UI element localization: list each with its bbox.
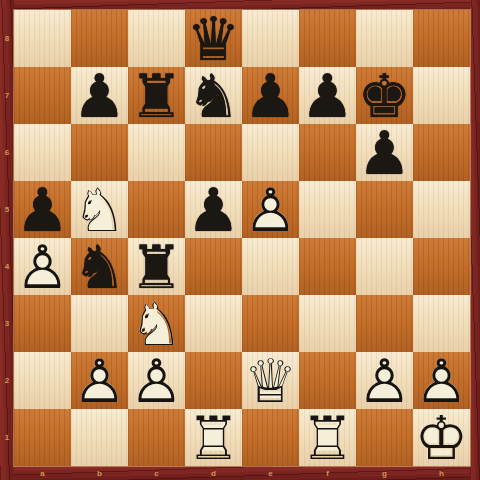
piece-white-knight-b5[interactable]: ♞♘ bbox=[71, 181, 128, 238]
piece-white-rook-f1[interactable]: ♜♖ bbox=[299, 409, 356, 466]
square-a4[interactable]: ♟♙ bbox=[14, 238, 71, 295]
square-f5[interactable] bbox=[299, 181, 356, 238]
square-g1[interactable] bbox=[356, 409, 413, 466]
piece-black-king-g7[interactable]: ♚ bbox=[356, 67, 413, 124]
square-c8[interactable] bbox=[128, 10, 185, 67]
square-h5[interactable] bbox=[413, 181, 470, 238]
piece-white-pawn-h2[interactable]: ♟♙ bbox=[413, 352, 470, 409]
black-pawn-icon: ♟ bbox=[356, 124, 413, 181]
square-f3[interactable] bbox=[299, 295, 356, 352]
white-pawn-icon: ♟ bbox=[71, 352, 128, 409]
piece-black-queen-d8[interactable]: ♛ bbox=[185, 10, 242, 67]
black-pawn-icon: ♟ bbox=[14, 181, 71, 238]
square-b3[interactable] bbox=[71, 295, 128, 352]
square-h1[interactable]: ♚♔ bbox=[413, 409, 470, 466]
square-f2[interactable] bbox=[299, 352, 356, 409]
black-pawn-icon: ♟ bbox=[299, 67, 356, 124]
square-d8[interactable]: ♛ bbox=[185, 10, 242, 67]
square-e1[interactable] bbox=[242, 409, 299, 466]
square-c5[interactable] bbox=[128, 181, 185, 238]
black-pawn-icon: ♟ bbox=[71, 67, 128, 124]
square-g3[interactable] bbox=[356, 295, 413, 352]
square-h7[interactable] bbox=[413, 67, 470, 124]
black-pawn-icon: ♟ bbox=[185, 181, 242, 238]
black-knight-icon: ♞ bbox=[185, 67, 242, 124]
square-e3[interactable] bbox=[242, 295, 299, 352]
square-h2[interactable]: ♟♙ bbox=[413, 352, 470, 409]
square-e8[interactable] bbox=[242, 10, 299, 67]
white-rook-outline-icon: ♖ bbox=[299, 409, 356, 466]
piece-white-king-h1[interactable]: ♚♔ bbox=[413, 409, 470, 466]
white-pawn-outline-icon: ♙ bbox=[128, 352, 185, 409]
square-a6[interactable] bbox=[14, 124, 71, 181]
square-b8[interactable] bbox=[71, 10, 128, 67]
square-a8[interactable] bbox=[14, 10, 71, 67]
white-knight-outline-icon: ♘ bbox=[71, 181, 128, 238]
square-b5[interactable]: ♞♘ bbox=[71, 181, 128, 238]
white-pawn-icon: ♟ bbox=[14, 238, 71, 295]
piece-black-knight-b4[interactable]: ♞ bbox=[71, 238, 128, 295]
square-f6[interactable] bbox=[299, 124, 356, 181]
white-king-icon: ♚ bbox=[413, 409, 470, 466]
white-knight-outline-icon: ♘ bbox=[128, 295, 185, 352]
piece-black-pawn-f7[interactable]: ♟ bbox=[299, 67, 356, 124]
square-f4[interactable] bbox=[299, 238, 356, 295]
square-b1[interactable] bbox=[71, 409, 128, 466]
square-b7[interactable]: ♟ bbox=[71, 67, 128, 124]
board-frame-left bbox=[0, 0, 14, 480]
white-pawn-icon: ♟ bbox=[356, 352, 413, 409]
square-g2[interactable]: ♟♙ bbox=[356, 352, 413, 409]
square-a7[interactable] bbox=[14, 67, 71, 124]
square-e5[interactable]: ♟♙ bbox=[242, 181, 299, 238]
piece-white-queen-e2[interactable]: ♛♕ bbox=[242, 352, 299, 409]
white-pawn-outline-icon: ♙ bbox=[14, 238, 71, 295]
chess-board[interactable]: ♛♟♜♞♟♟♚♟♟♞♘♟♟♙♟♙♞♜♞♘♟♙♟♙♛♕♟♙♟♙♜♖♜♖♚♔ bbox=[14, 10, 470, 466]
piece-black-rook-c4[interactable]: ♜ bbox=[128, 238, 185, 295]
board-frame-bottom bbox=[0, 466, 480, 480]
piece-white-pawn-e5[interactable]: ♟♙ bbox=[242, 181, 299, 238]
black-knight-icon: ♞ bbox=[71, 238, 128, 295]
piece-white-pawn-b2[interactable]: ♟♙ bbox=[71, 352, 128, 409]
square-h4[interactable] bbox=[413, 238, 470, 295]
white-rook-icon: ♜ bbox=[299, 409, 356, 466]
square-d2[interactable] bbox=[185, 352, 242, 409]
black-rook-icon: ♜ bbox=[128, 238, 185, 295]
white-queen-icon: ♛ bbox=[242, 352, 299, 409]
square-e6[interactable] bbox=[242, 124, 299, 181]
white-pawn-outline-icon: ♙ bbox=[242, 181, 299, 238]
piece-black-pawn-g6[interactable]: ♟ bbox=[356, 124, 413, 181]
square-g7[interactable]: ♚ bbox=[356, 67, 413, 124]
square-d6[interactable] bbox=[185, 124, 242, 181]
square-g6[interactable]: ♟ bbox=[356, 124, 413, 181]
piece-black-knight-d7[interactable]: ♞ bbox=[185, 67, 242, 124]
piece-white-pawn-g2[interactable]: ♟♙ bbox=[356, 352, 413, 409]
black-king-icon: ♚ bbox=[356, 67, 413, 124]
piece-white-pawn-a4[interactable]: ♟♙ bbox=[14, 238, 71, 295]
square-e7[interactable]: ♟ bbox=[242, 67, 299, 124]
square-d3[interactable] bbox=[185, 295, 242, 352]
square-c6[interactable] bbox=[128, 124, 185, 181]
white-pawn-outline-icon: ♙ bbox=[413, 352, 470, 409]
piece-white-pawn-c2[interactable]: ♟♙ bbox=[128, 352, 185, 409]
square-e4[interactable] bbox=[242, 238, 299, 295]
piece-black-pawn-b7[interactable]: ♟ bbox=[71, 67, 128, 124]
white-rook-outline-icon: ♖ bbox=[185, 409, 242, 466]
square-c2[interactable]: ♟♙ bbox=[128, 352, 185, 409]
square-d7[interactable]: ♞ bbox=[185, 67, 242, 124]
square-a5[interactable]: ♟ bbox=[14, 181, 71, 238]
piece-white-rook-d1[interactable]: ♜♖ bbox=[185, 409, 242, 466]
square-d4[interactable] bbox=[185, 238, 242, 295]
square-c7[interactable]: ♜ bbox=[128, 67, 185, 124]
board-frame-top bbox=[0, 0, 480, 10]
square-a2[interactable] bbox=[14, 352, 71, 409]
square-c4[interactable]: ♜ bbox=[128, 238, 185, 295]
square-b6[interactable] bbox=[71, 124, 128, 181]
square-a3[interactable] bbox=[14, 295, 71, 352]
square-f1[interactable]: ♜♖ bbox=[299, 409, 356, 466]
square-b2[interactable]: ♟♙ bbox=[71, 352, 128, 409]
square-d5[interactable]: ♟ bbox=[185, 181, 242, 238]
white-queen-outline-icon: ♕ bbox=[242, 352, 299, 409]
black-pawn-icon: ♟ bbox=[242, 67, 299, 124]
white-pawn-icon: ♟ bbox=[242, 181, 299, 238]
white-pawn-icon: ♟ bbox=[413, 352, 470, 409]
black-queen-icon: ♛ bbox=[185, 10, 242, 67]
square-a1[interactable] bbox=[14, 409, 71, 466]
square-h8[interactable] bbox=[413, 10, 470, 67]
square-g4[interactable] bbox=[356, 238, 413, 295]
piece-black-pawn-a5[interactable]: ♟ bbox=[14, 181, 71, 238]
square-h6[interactable] bbox=[413, 124, 470, 181]
square-e2[interactable]: ♛♕ bbox=[242, 352, 299, 409]
square-d1[interactable]: ♜♖ bbox=[185, 409, 242, 466]
white-king-outline-icon: ♔ bbox=[413, 409, 470, 466]
square-g8[interactable] bbox=[356, 10, 413, 67]
square-h3[interactable] bbox=[413, 295, 470, 352]
piece-black-pawn-e7[interactable]: ♟ bbox=[242, 67, 299, 124]
board-frame-right bbox=[470, 0, 480, 480]
square-f7[interactable]: ♟ bbox=[299, 67, 356, 124]
white-knight-icon: ♞ bbox=[71, 181, 128, 238]
square-c1[interactable] bbox=[128, 409, 185, 466]
piece-white-knight-c3[interactable]: ♞♘ bbox=[128, 295, 185, 352]
black-rook-icon: ♜ bbox=[128, 67, 185, 124]
white-pawn-outline-icon: ♙ bbox=[71, 352, 128, 409]
square-b4[interactable]: ♞ bbox=[71, 238, 128, 295]
square-c3[interactable]: ♞♘ bbox=[128, 295, 185, 352]
piece-black-pawn-d5[interactable]: ♟ bbox=[185, 181, 242, 238]
white-pawn-outline-icon: ♙ bbox=[356, 352, 413, 409]
white-knight-icon: ♞ bbox=[128, 295, 185, 352]
square-f8[interactable] bbox=[299, 10, 356, 67]
white-rook-icon: ♜ bbox=[185, 409, 242, 466]
square-g5[interactable] bbox=[356, 181, 413, 238]
chess-app: ♛♟♜♞♟♟♚♟♟♞♘♟♟♙♟♙♞♜♞♘♟♙♟♙♛♕♟♙♟♙♜♖♜♖♚♔ 876… bbox=[0, 0, 480, 480]
white-pawn-icon: ♟ bbox=[128, 352, 185, 409]
piece-black-rook-c7[interactable]: ♜ bbox=[128, 67, 185, 124]
